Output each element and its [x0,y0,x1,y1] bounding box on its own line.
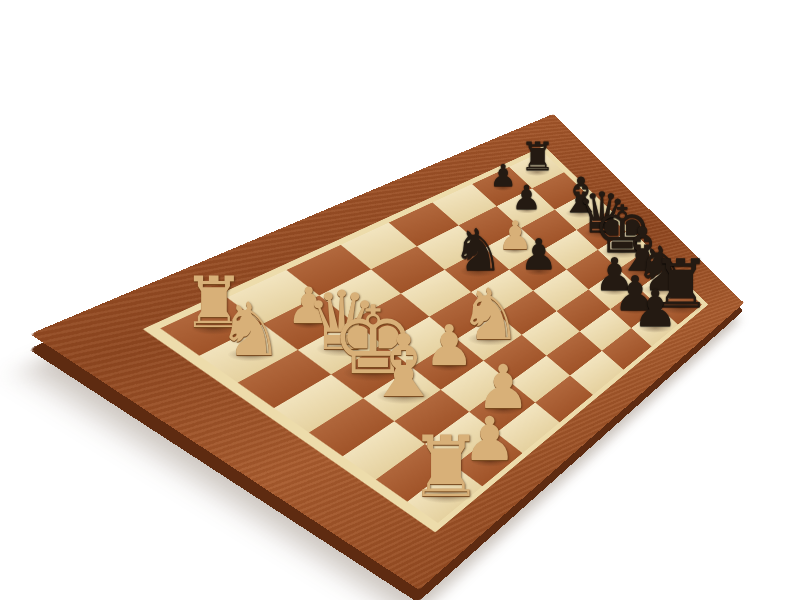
chess-photo-stage: ♜♟♟♝♛♟♚♝♟♞♞♟♜♟♟♜♟♞♛♞♟♚♝♟♟♜ r1bqkbnr/pp3p… [0,0,800,600]
board-grid [160,151,702,523]
chess-board [30,114,744,590]
